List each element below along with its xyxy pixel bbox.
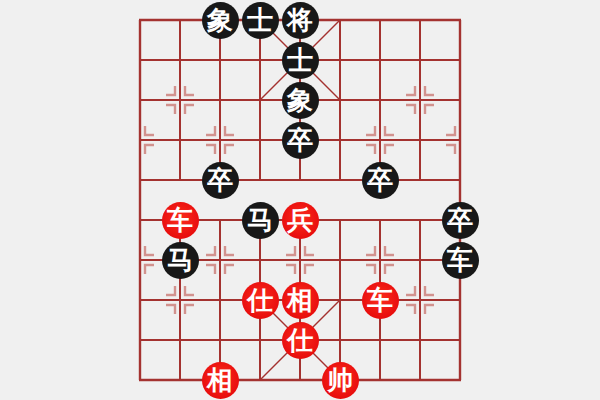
piece-red-elephant-c2r9[interactable]: 相	[202, 362, 239, 399]
piece-red-chariot-c1r5[interactable]: 车	[162, 202, 199, 239]
piece-black-horse-c1r6[interactable]: 马	[162, 242, 199, 279]
piece-red-advisor-c4r8[interactable]: 仕	[282, 322, 319, 359]
piece-black-horse-c3r5[interactable]: 马	[242, 202, 279, 239]
piece-black-soldier-c4r3[interactable]: 卒	[282, 122, 319, 159]
piece-black-soldier-c8r5[interactable]: 卒	[442, 202, 479, 239]
xiangqi-board: 象士将士象卒卒卒车马兵卒马车仕相车仕相帅	[0, 0, 600, 400]
piece-black-advisor-c3r0[interactable]: 士	[242, 2, 279, 39]
piece-black-elephant-c4r2[interactable]: 象	[282, 82, 319, 119]
piece-grid: 象士将士象卒卒卒车马兵卒马车仕相车仕相帅	[120, 0, 480, 400]
piece-black-chariot-c8r6[interactable]: 车	[442, 242, 479, 279]
piece-red-soldier-c4r5[interactable]: 兵	[282, 202, 319, 239]
piece-black-soldier-c2r4[interactable]: 卒	[202, 162, 239, 199]
piece-red-general-c5r9[interactable]: 帅	[322, 362, 359, 399]
piece-black-elephant-c2r0[interactable]: 象	[202, 2, 239, 39]
piece-black-advisor-c4r1[interactable]: 士	[282, 42, 319, 79]
piece-black-general-c4r0[interactable]: 将	[282, 2, 319, 39]
piece-red-elephant-c4r7[interactable]: 相	[282, 282, 319, 319]
piece-red-chariot-c6r7[interactable]: 车	[362, 282, 399, 319]
piece-black-soldier-c6r4[interactable]: 卒	[362, 162, 399, 199]
piece-red-advisor-c3r7[interactable]: 仕	[242, 282, 279, 319]
